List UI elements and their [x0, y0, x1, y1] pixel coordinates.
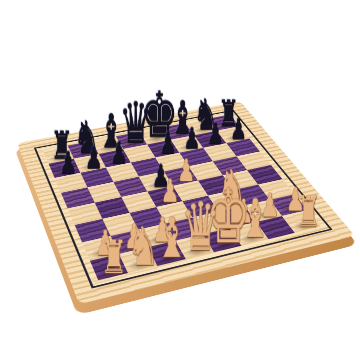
board-wood-frame: ♜♞♝♛♚♝♞♜♟♟♟♟♟♟♟♟♟♟♞♟♟♟♟♟♟♜♞♝♛♚♝♜ — [17, 101, 355, 304]
black-pawn: ♟ — [159, 130, 176, 155]
square-a7: ♟ — [49, 159, 81, 178]
chess-board: ♜♞♝♛♚♝♞♜♟♟♟♟♟♟♟♟♟♟♞♟♟♟♟♟♟♜♞♝♛♚♝♜ — [17, 101, 355, 304]
product-photo: ♜♞♝♛♚♝♞♜♟♟♟♟♟♟♟♟♟♟♞♟♟♟♟♟♟♜♞♝♛♚♝♜ — [0, 0, 360, 360]
black-pawn: ♟ — [183, 126, 200, 151]
black-pawn: ♟ — [84, 145, 102, 171]
white-rook: ♜ — [100, 237, 127, 276]
white-pawn: ♟ — [160, 177, 179, 204]
black-pawn: ♟ — [230, 117, 247, 141]
white-bishop: ♝ — [155, 216, 188, 263]
black-pawn: ♟ — [206, 121, 223, 146]
square-b7: ♟ — [74, 154, 106, 173]
white-rook: ♜ — [295, 193, 320, 229]
white-knight: ♞ — [127, 224, 159, 270]
black-pawn: ♟ — [110, 140, 128, 165]
square-c7: ♟ — [99, 149, 131, 167]
black-pawn: ♟ — [59, 149, 77, 175]
